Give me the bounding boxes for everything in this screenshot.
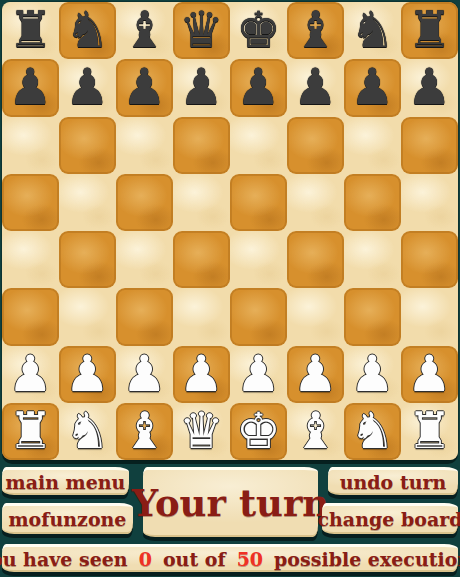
white-bishop: ♝ <box>293 403 338 460</box>
square-c8[interactable]: ♝ <box>116 2 173 59</box>
black-pawn: ♟ <box>350 59 395 116</box>
white-rook: ♜ <box>407 403 452 460</box>
status-middle: out of <box>163 548 226 570</box>
square-e8[interactable]: ♚ <box>230 2 287 59</box>
white-pawn: ♟ <box>65 346 110 403</box>
square-c7[interactable]: ♟ <box>116 59 173 116</box>
turn-banner: Your turn <box>143 467 318 537</box>
white-pawn: ♟ <box>407 346 452 403</box>
white-rook: ♜ <box>8 403 53 460</box>
square-b6[interactable] <box>59 117 116 174</box>
black-king: ♚ <box>236 2 281 59</box>
square-b8[interactable]: ♞ <box>59 2 116 59</box>
square-d8[interactable]: ♛ <box>173 2 230 59</box>
square-a3[interactable] <box>2 288 59 345</box>
white-pawn: ♟ <box>8 346 53 403</box>
square-a4[interactable] <box>2 231 59 288</box>
square-e2[interactable]: ♟ <box>230 346 287 403</box>
black-pawn: ♟ <box>122 59 167 116</box>
black-rook: ♜ <box>407 2 452 59</box>
square-g2[interactable]: ♟ <box>344 346 401 403</box>
undo-turn-button[interactable]: undo turn <box>328 467 458 495</box>
square-f3[interactable] <box>287 288 344 345</box>
square-d6[interactable] <box>173 117 230 174</box>
square-b3[interactable] <box>59 288 116 345</box>
executions-total-count: 50 <box>237 548 263 570</box>
white-pawn: ♟ <box>350 346 395 403</box>
square-h2[interactable]: ♟ <box>401 346 458 403</box>
square-h1[interactable]: ♜ <box>401 403 458 460</box>
square-e3[interactable] <box>230 288 287 345</box>
square-e4[interactable] <box>230 231 287 288</box>
square-c4[interactable] <box>116 231 173 288</box>
square-f7[interactable]: ♟ <box>287 59 344 116</box>
square-a8[interactable]: ♜ <box>2 2 59 59</box>
square-c6[interactable] <box>116 117 173 174</box>
square-e7[interactable]: ♟ <box>230 59 287 116</box>
square-f5[interactable] <box>287 174 344 231</box>
hud: main menu Your turn undo turn mofunzone … <box>0 460 460 577</box>
square-a2[interactable]: ♟ <box>2 346 59 403</box>
square-a1[interactable]: ♜ <box>2 403 59 460</box>
executions-status-bar: You have seen 0 out of 50 possible execu… <box>2 544 458 572</box>
square-f1[interactable]: ♝ <box>287 403 344 460</box>
square-b1[interactable]: ♞ <box>59 403 116 460</box>
square-g6[interactable] <box>344 117 401 174</box>
square-g8[interactable]: ♞ <box>344 2 401 59</box>
white-king: ♚ <box>236 403 281 460</box>
white-pawn: ♟ <box>179 346 224 403</box>
status-suffix: possible executions <box>274 548 460 570</box>
square-c3[interactable] <box>116 288 173 345</box>
square-g1[interactable]: ♞ <box>344 403 401 460</box>
white-pawn: ♟ <box>293 346 338 403</box>
square-g5[interactable] <box>344 174 401 231</box>
square-d2[interactable]: ♟ <box>173 346 230 403</box>
square-e6[interactable] <box>230 117 287 174</box>
square-a6[interactable] <box>2 117 59 174</box>
black-pawn: ♟ <box>407 59 452 116</box>
mofunzone-button[interactable]: mofunzone <box>2 503 133 534</box>
chess-board: ♜♞♝♛♚♝♞♜♟♟♟♟♟♟♟♟♟♟♟♟♟♟♟♟♜♞♝♛♚♝♞♜ <box>2 2 458 460</box>
square-h3[interactable] <box>401 288 458 345</box>
square-d3[interactable] <box>173 288 230 345</box>
black-bishop: ♝ <box>122 2 167 59</box>
black-pawn: ♟ <box>293 59 338 116</box>
square-f8[interactable]: ♝ <box>287 2 344 59</box>
white-pawn: ♟ <box>122 346 167 403</box>
white-queen: ♛ <box>179 403 224 460</box>
black-queen: ♛ <box>179 2 224 59</box>
white-pawn: ♟ <box>236 346 281 403</box>
black-bishop: ♝ <box>293 2 338 59</box>
black-pawn: ♟ <box>65 59 110 116</box>
square-h7[interactable]: ♟ <box>401 59 458 116</box>
square-h5[interactable] <box>401 174 458 231</box>
black-pawn: ♟ <box>179 59 224 116</box>
status-prefix: You have seen <box>0 548 128 570</box>
square-e1[interactable]: ♚ <box>230 403 287 460</box>
square-c2[interactable]: ♟ <box>116 346 173 403</box>
square-g4[interactable] <box>344 231 401 288</box>
black-knight: ♞ <box>65 2 110 59</box>
square-d4[interactable] <box>173 231 230 288</box>
square-b5[interactable] <box>59 174 116 231</box>
white-bishop: ♝ <box>122 403 167 460</box>
square-f2[interactable]: ♟ <box>287 346 344 403</box>
white-knight: ♞ <box>350 403 395 460</box>
square-d1[interactable]: ♛ <box>173 403 230 460</box>
square-c1[interactable]: ♝ <box>116 403 173 460</box>
square-d5[interactable] <box>173 174 230 231</box>
change-board-button[interactable]: change board <box>322 503 458 534</box>
executions-seen-count: 0 <box>139 548 152 570</box>
square-a7[interactable]: ♟ <box>2 59 59 116</box>
square-c5[interactable] <box>116 174 173 231</box>
square-f4[interactable] <box>287 231 344 288</box>
black-pawn: ♟ <box>8 59 53 116</box>
black-rook: ♜ <box>8 2 53 59</box>
square-e5[interactable] <box>230 174 287 231</box>
square-h4[interactable] <box>401 231 458 288</box>
square-b4[interactable] <box>59 231 116 288</box>
square-h8[interactable]: ♜ <box>401 2 458 59</box>
square-f6[interactable] <box>287 117 344 174</box>
white-knight: ♞ <box>65 403 110 460</box>
square-g7[interactable]: ♟ <box>344 59 401 116</box>
square-d7[interactable]: ♟ <box>173 59 230 116</box>
square-a5[interactable] <box>2 174 59 231</box>
main-menu-button[interactable]: main menu <box>2 467 129 495</box>
game-stage: ♜♞♝♛♚♝♞♜♟♟♟♟♟♟♟♟♟♟♟♟♟♟♟♟♜♞♝♛♚♝♞♜ main me… <box>0 0 460 577</box>
square-b2[interactable]: ♟ <box>59 346 116 403</box>
square-h6[interactable] <box>401 117 458 174</box>
square-b7[interactable]: ♟ <box>59 59 116 116</box>
black-knight: ♞ <box>350 2 395 59</box>
black-pawn: ♟ <box>236 59 281 116</box>
square-g3[interactable] <box>344 288 401 345</box>
